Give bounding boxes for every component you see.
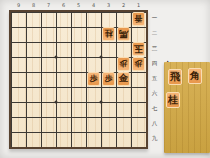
rank-label: 五 — [150, 71, 159, 86]
rank-label: 四 — [150, 56, 159, 71]
file-label: 5 — [71, 2, 86, 9]
file-labels: 987654321 — [11, 2, 146, 9]
rank-labels: 一二三四五六七八九 — [150, 11, 159, 146]
koma-sente-25[interactable]: 金 — [117, 72, 130, 86]
hoshi-dot — [55, 101, 58, 104]
rank-label: 六 — [150, 86, 159, 101]
file-label: 3 — [101, 2, 116, 9]
hoshi-dot — [100, 101, 103, 104]
rank-label: 一 — [150, 11, 159, 26]
koma-gote-22[interactable]: 馬 — [117, 27, 130, 41]
rank-label: 二 — [150, 26, 159, 41]
koma-gote-32[interactable]: 桂 — [102, 27, 115, 41]
koma-gote-13[interactable]: 玉 — [132, 42, 145, 56]
hand-koma-1[interactable]: 飛 — [168, 69, 182, 85]
rank-label: 九 — [150, 131, 159, 146]
file-label: 7 — [41, 2, 56, 9]
file-label: 2 — [116, 2, 131, 9]
rank-label: 三 — [150, 41, 159, 56]
file-label: 8 — [26, 2, 41, 9]
file-label: 4 — [86, 2, 101, 9]
hoshi-dot — [100, 56, 103, 59]
hand-koma-3[interactable]: 桂 — [166, 92, 180, 108]
rank-label: 七 — [150, 101, 159, 116]
hoshi-dot — [55, 56, 58, 59]
file-label: 6 — [56, 2, 71, 9]
koma-gote-14[interactable]: 歩 — [132, 57, 145, 71]
koma-gote-11[interactable]: 香 — [132, 12, 145, 26]
file-label: 9 — [11, 2, 26, 9]
koma-sente-45[interactable]: 歩 — [87, 72, 100, 86]
file-label: 1 — [131, 2, 146, 9]
hand-koma-2[interactable]: 角 — [188, 68, 202, 84]
shogi-diagram: 987654321 一二三四五六七八九 ▲ 香桂馬玉歩歩歩歩金飛角桂 — [0, 0, 210, 158]
koma-sente-35[interactable]: 歩 — [102, 72, 115, 86]
koma-gote-24[interactable]: 歩 — [117, 57, 130, 71]
rank-label: 八 — [150, 116, 159, 131]
